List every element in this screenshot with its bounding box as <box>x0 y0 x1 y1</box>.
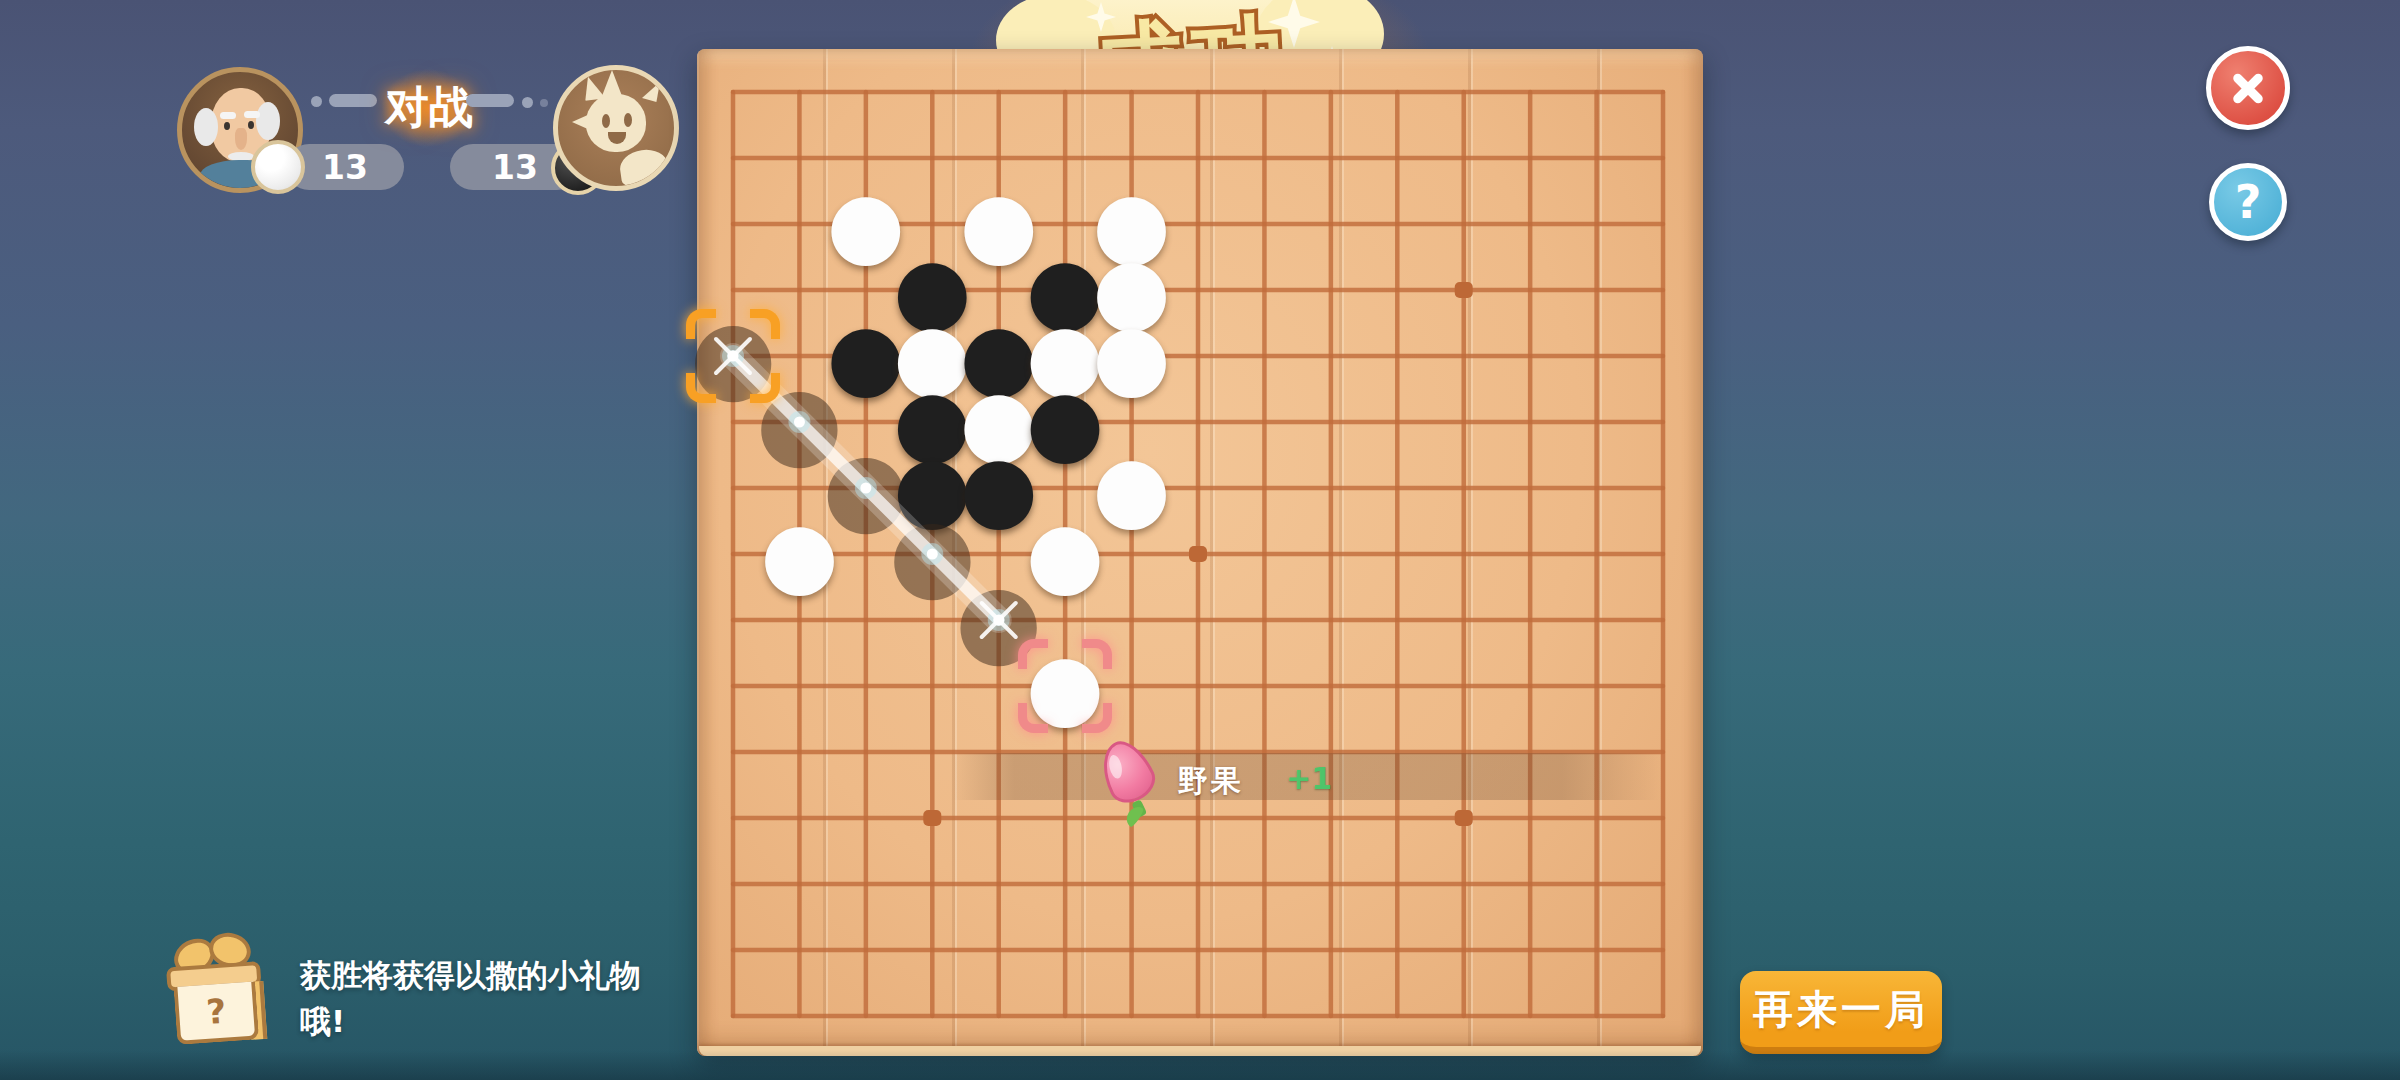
help-button[interactable]: ? <box>2209 163 2287 241</box>
close-button[interactable] <box>2206 46 2290 130</box>
gift-hint-text: 获胜将获得以撒的小礼物 哦! <box>300 952 720 1044</box>
win-line-beam <box>697 49 1703 1056</box>
white-stone-badge <box>251 140 305 194</box>
gift-hint-line1: 获胜将获得以撒的小礼物 <box>300 952 720 998</box>
vs-label: 对战 <box>384 78 474 137</box>
game-screen: 成功 13 对战 13 <box>0 0 2400 1080</box>
replay-button[interactable]: 再来一局 <box>1740 971 1942 1054</box>
vs-decor-dash <box>329 94 377 107</box>
gift-hint-line2: 哦! <box>300 998 720 1044</box>
help-icon: ? <box>2235 175 2262 229</box>
gift-box-icon: ? <box>160 934 278 1053</box>
vs-decor-dash <box>466 94 514 107</box>
vs-decor-dot <box>522 97 533 108</box>
player-right-avatar <box>553 65 679 191</box>
winning-move-bracket <box>686 309 780 403</box>
last-white-move-bracket <box>1018 639 1112 733</box>
close-icon <box>2226 66 2270 110</box>
vs-decor-dot <box>540 99 548 107</box>
gomoku-board[interactable]: 野果 +1 ●●●●●●●●●●●●●●●●●●●●●●●●● <box>697 49 1703 1056</box>
vs-decor-dot <box>311 96 322 107</box>
